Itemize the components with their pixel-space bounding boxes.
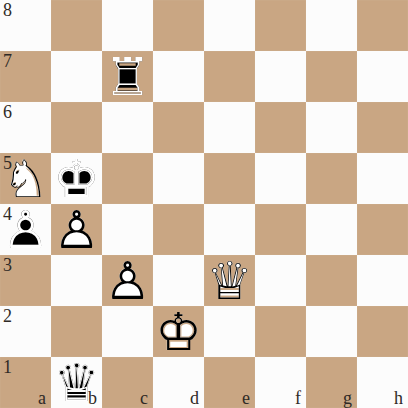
square-e7[interactable] [204, 51, 255, 102]
square-b2[interactable] [51, 306, 102, 357]
square-d1[interactable]: d [153, 357, 204, 408]
white-king-outline-glyph: ♔ [153, 306, 204, 357]
black-rook-outline-glyph: ♖ [102, 51, 153, 102]
square-a7[interactable]: 7 [0, 51, 51, 102]
black-queen[interactable]: ♛♕ [51, 357, 102, 408]
white-queen[interactable]: ♛♕ [204, 255, 255, 306]
file-label-h: h [394, 389, 403, 407]
square-h4[interactable] [357, 204, 408, 255]
file-label-e: e [242, 389, 250, 407]
square-f7[interactable] [255, 51, 306, 102]
square-b3[interactable] [51, 255, 102, 306]
chess-board: 87♜♖65♞♘♚♔4♟♙♟♙3♟♙♛♕2♚♔1ab♛♕cdefgh [0, 0, 408, 408]
white-king[interactable]: ♚♔ [153, 306, 204, 357]
square-h7[interactable] [357, 51, 408, 102]
square-f2[interactable] [255, 306, 306, 357]
square-a1[interactable]: 1a [0, 357, 51, 408]
square-f6[interactable] [255, 102, 306, 153]
square-e1[interactable]: e [204, 357, 255, 408]
square-a4[interactable]: 4♟♙ [0, 204, 51, 255]
square-d8[interactable] [153, 0, 204, 51]
square-f3[interactable] [255, 255, 306, 306]
square-e8[interactable] [204, 0, 255, 51]
square-d5[interactable] [153, 153, 204, 204]
square-c5[interactable] [102, 153, 153, 204]
file-label-c: c [140, 389, 148, 407]
square-a6[interactable]: 6 [0, 102, 51, 153]
square-h1[interactable]: h [357, 357, 408, 408]
square-d3[interactable] [153, 255, 204, 306]
file-label-f: f [295, 389, 301, 407]
black-queen-outline-glyph: ♕ [51, 357, 102, 408]
square-g5[interactable] [306, 153, 357, 204]
square-h3[interactable] [357, 255, 408, 306]
square-f4[interactable] [255, 204, 306, 255]
square-c1[interactable]: c [102, 357, 153, 408]
white-pawn[interactable]: ♟♙ [51, 204, 102, 255]
square-b6[interactable] [51, 102, 102, 153]
white-knight-outline-glyph: ♘ [0, 153, 51, 204]
square-a2[interactable]: 2 [0, 306, 51, 357]
rank-label-7: 7 [3, 52, 12, 70]
square-g1[interactable]: g [306, 357, 357, 408]
white-knight[interactable]: ♞♘ [0, 153, 51, 204]
white-queen-outline-glyph: ♕ [204, 255, 255, 306]
file-label-d: d [190, 389, 199, 407]
square-e3[interactable]: ♛♕ [204, 255, 255, 306]
square-b7[interactable] [51, 51, 102, 102]
white-pawn[interactable]: ♟♙ [102, 255, 153, 306]
square-e4[interactable] [204, 204, 255, 255]
rank-label-1: 1 [3, 358, 12, 376]
square-h5[interactable] [357, 153, 408, 204]
square-e2[interactable] [204, 306, 255, 357]
square-g3[interactable] [306, 255, 357, 306]
square-a5[interactable]: 5♞♘ [0, 153, 51, 204]
square-c4[interactable] [102, 204, 153, 255]
square-h8[interactable] [357, 0, 408, 51]
square-d7[interactable] [153, 51, 204, 102]
black-king-outline-glyph: ♔ [51, 153, 102, 204]
square-a8[interactable]: 8 [0, 0, 51, 51]
square-c2[interactable] [102, 306, 153, 357]
black-pawn-outline-glyph: ♙ [0, 204, 51, 255]
square-d6[interactable] [153, 102, 204, 153]
square-b1[interactable]: b♛♕ [51, 357, 102, 408]
square-f8[interactable] [255, 0, 306, 51]
black-king[interactable]: ♚♔ [51, 153, 102, 204]
square-b4[interactable]: ♟♙ [51, 204, 102, 255]
rank-label-2: 2 [3, 307, 12, 325]
square-c6[interactable] [102, 102, 153, 153]
rank-label-6: 6 [3, 103, 12, 121]
square-g4[interactable] [306, 204, 357, 255]
white-pawn-outline-glyph: ♙ [102, 255, 153, 306]
square-a3[interactable]: 3 [0, 255, 51, 306]
black-pawn[interactable]: ♟♙ [0, 204, 51, 255]
white-pawn-outline-glyph: ♙ [51, 204, 102, 255]
black-rook[interactable]: ♜♖ [102, 51, 153, 102]
square-c3[interactable]: ♟♙ [102, 255, 153, 306]
file-label-g: g [343, 389, 352, 407]
rank-label-8: 8 [3, 1, 12, 19]
square-c7[interactable]: ♜♖ [102, 51, 153, 102]
square-b8[interactable] [51, 0, 102, 51]
square-c8[interactable] [102, 0, 153, 51]
square-b5[interactable]: ♚♔ [51, 153, 102, 204]
square-e6[interactable] [204, 102, 255, 153]
rank-label-3: 3 [3, 256, 12, 274]
square-g8[interactable] [306, 0, 357, 51]
square-h6[interactable] [357, 102, 408, 153]
square-e5[interactable] [204, 153, 255, 204]
square-d4[interactable] [153, 204, 204, 255]
square-f5[interactable] [255, 153, 306, 204]
file-label-a: a [38, 389, 46, 407]
square-g6[interactable] [306, 102, 357, 153]
square-d2[interactable]: ♚♔ [153, 306, 204, 357]
square-g2[interactable] [306, 306, 357, 357]
square-g7[interactable] [306, 51, 357, 102]
square-f1[interactable]: f [255, 357, 306, 408]
square-h2[interactable] [357, 306, 408, 357]
